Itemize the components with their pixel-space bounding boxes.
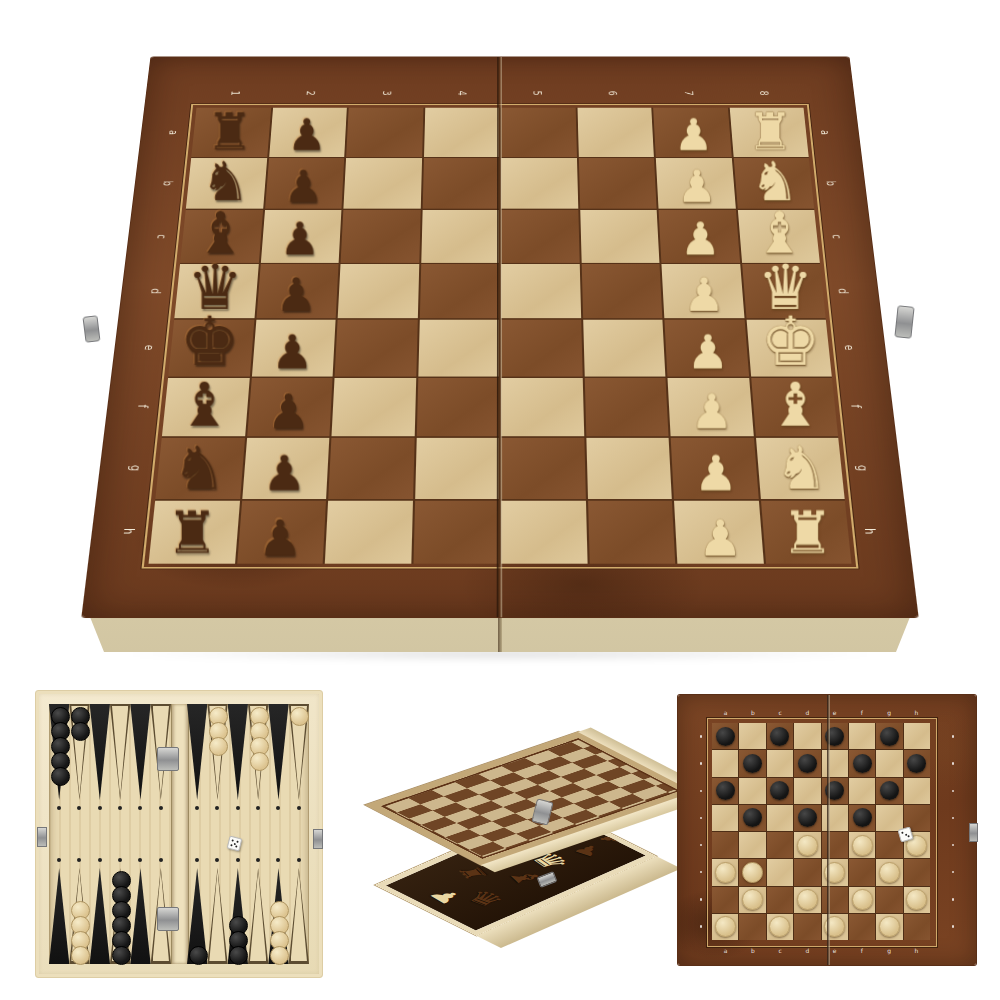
chess-square [419,264,499,318]
dot-icon [268,856,288,864]
checkers-cell [849,778,875,804]
die-pip [231,839,233,841]
edge-letter: e [821,709,848,717]
edge-letter: e [821,947,848,955]
dot-icon [248,856,268,864]
bg-point [289,868,309,964]
checkers-cell [822,914,848,940]
bg-checker-stack [270,901,288,961]
edge-letter: g [876,709,903,717]
chess-cell: ♟ [246,377,334,437]
folded-box-photo: ♟♛♜♝♟♛♞♟♜♟ [348,728,668,968]
chess-piece-light-p: ♟ [683,274,724,319]
chess-piece-dark-b: ♝ [177,378,231,437]
checker-black [880,781,899,800]
checkers-cell [904,723,930,749]
chess-cell [412,499,500,564]
bg-point-inner [209,870,225,961]
backgammon-half [187,704,309,964]
checker-light [769,916,790,937]
dot-icon [207,856,227,864]
chess-cell [500,377,585,437]
checkers-cell [876,778,902,804]
dot-icon [90,804,110,812]
dot-icon [950,832,956,859]
edge-letter: f [848,709,875,717]
checker-black [798,754,817,773]
checker-black [853,808,872,827]
box-piece: ♛ [461,887,510,911]
checker-light [797,835,818,856]
chess-cell [581,319,665,377]
checkers-cell [876,914,902,940]
chess-piece-dark-k: ♚ [179,312,239,377]
product-photo: 12345678 12345678 abcdefgh abcdefgh ♜♟♟♜… [0,0,1000,1000]
chess-cell [414,437,500,499]
bg-checker-black [51,767,70,786]
checkers-cell [904,859,930,885]
dot-icon [268,804,288,812]
chess-piece-light-n: ♞ [775,441,828,499]
metal-clasp-right-icon [894,305,914,339]
checker-black [853,754,872,773]
checkers-cell [822,750,848,776]
bg-checker-black [112,946,131,965]
chess-square [338,264,419,318]
dot-icon [207,804,227,812]
chess-square [501,210,579,263]
dot-icon [950,804,956,831]
dot-icon [950,859,956,886]
chess-cell [415,377,500,437]
chess-cell: ♚ [744,319,832,377]
edge-letter: d [794,947,821,955]
edge-letter: g [876,947,903,955]
dot-icon [950,723,956,750]
dot-icon [187,804,207,812]
edge-letter: f [848,947,875,955]
checkers-photo: abcdefgh abcdefgh [678,695,976,965]
checkers-cell [712,778,738,804]
chess-square [729,108,808,157]
edge-letter: d [794,709,821,717]
chess-piece-dark-p: ♟ [267,390,310,437]
checkers-cell [849,723,875,749]
chess-square [501,264,581,318]
bg-point [228,704,248,800]
bg-point [130,868,150,964]
bg-pip-dots [187,804,309,812]
dot-icon [187,856,207,864]
chess-cell [417,319,500,377]
checkers-cell [739,887,765,913]
checkers-cell [712,750,738,776]
checkers-cell [712,805,738,831]
checkers-cell [822,832,848,858]
checkers-cell [822,859,848,885]
dot-icon [950,913,956,940]
chess-cell [500,499,588,564]
box-piece: ♟ [423,886,467,906]
checker-light [742,889,763,910]
bg-point-inner [112,706,128,797]
dot-icon [69,804,89,812]
bg-point [248,868,268,964]
checker-light [879,916,900,937]
bg-checker-light [209,737,228,756]
chess-square [343,158,421,209]
chess-cell: ♟ [672,499,763,564]
chess-cell [583,377,669,437]
board-fold-seam [827,695,830,965]
checker-black [798,808,817,827]
checker-light [797,889,818,910]
bg-checker-light [71,946,90,965]
edge-letter: h [903,709,930,717]
dot-icon [110,856,130,864]
dot-icon [698,777,704,804]
checker-black [743,808,762,827]
chess-piece-dark-p: ♟ [258,515,303,564]
checkers-cell [849,859,875,885]
chess-cell: ♝ [162,377,251,437]
dot-icon [130,804,150,812]
chess-piece-dark-p: ♟ [263,451,307,499]
checkers-cell [876,859,902,885]
edge-letter: h [903,947,930,955]
checkers-cell [794,887,820,913]
chess-cell [500,319,583,377]
chess-square [422,158,499,209]
chess-square [501,158,578,209]
checkers-cell [849,805,875,831]
backgammon-board [49,704,309,964]
chess-cell: ♟ [236,499,327,564]
checker-black [770,781,789,800]
edge-dots-left [698,723,704,940]
chess-cell: ♜ [758,499,851,564]
checkers-cell [904,914,930,940]
chess-cell [585,437,673,499]
checkers-cell [767,914,793,940]
dot-icon [950,750,956,777]
dot-icon [950,777,956,804]
metal-clasp-right-icon [969,823,978,842]
dot-icon [698,859,704,886]
checkers-cell [904,778,930,804]
chess-square [656,158,736,209]
checkers-cell [767,750,793,776]
chess-square [501,108,577,157]
checkers-cell [876,805,902,831]
dot-icon [698,886,704,913]
chess-square [260,210,341,263]
checkers-cell [904,887,930,913]
chess-board-3d: 12345678 12345678 abcdefgh abcdefgh ♜♟♟♜… [82,57,917,617]
die-pip [235,845,237,847]
chess-square [733,158,814,209]
checkers-cell [767,859,793,885]
chess-square [577,108,654,157]
bg-point [90,704,110,800]
dot-icon [698,913,704,940]
checker-black [880,727,899,746]
checkers-cell [739,778,765,804]
bg-point-inner [291,870,307,961]
chess-square [653,108,731,157]
bg-checker-light [270,946,289,965]
chess-cell: ♞ [754,437,845,499]
checker-light [852,889,873,910]
chess-piece-dark-r: ♜ [166,507,218,564]
edge-letter: b [739,709,766,717]
checkers-cell [849,750,875,776]
chess-cell: ♟ [251,319,337,377]
checker-black [716,781,735,800]
dot-icon [228,804,248,812]
chess-piece-dark-p: ♟ [272,330,314,376]
checkers-cell [712,859,738,885]
chess-cell: ♝ [749,377,838,437]
hinge-icon [157,907,179,931]
checkers-cell [794,914,820,940]
chess-piece-light-r: ♜ [781,507,833,564]
chess-square [186,158,267,209]
dot-icon [90,856,110,864]
edge-letters-top: abcdefgh [712,709,930,717]
metal-clasp-left-icon [82,315,100,343]
die-pip [907,835,909,837]
chess-square [659,210,740,263]
box-lid-chessboard [365,732,696,866]
die-pip [901,832,903,834]
dot-icon [698,804,704,831]
bg-checker-black [189,946,208,965]
chess-cell [500,437,586,499]
checkers-cell [849,832,875,858]
dot-icon [698,832,704,859]
chess-cell [586,499,676,564]
chess-piece-light-p: ♟ [690,390,733,437]
edge-letter: a [712,947,739,955]
bg-checker-stack [71,707,89,737]
checkers-cell [822,778,848,804]
checkers-cell [767,887,793,913]
checkers-cell [739,723,765,749]
chess-cell: ♜ [149,499,242,564]
bg-checker-stack [290,707,308,722]
checker-black [716,727,735,746]
backgammon-photo [35,690,323,978]
chess-piece-light-p: ♟ [686,330,728,376]
bg-pip-dots [49,856,171,864]
checkers-cell [904,750,930,776]
dot-icon [289,856,309,864]
chess-square [265,158,345,209]
die-pip [230,844,232,846]
edge-letter: c [767,709,794,717]
checker-black [907,754,926,773]
dot-icon [130,856,150,864]
backgammon-points-row [49,868,171,964]
dot-icon [950,886,956,913]
chess-square [424,108,500,157]
checker-light [715,916,736,937]
chess-square [191,108,270,157]
bg-checker-stack [51,707,69,782]
chess-square [421,210,499,263]
dot-icon [49,804,69,812]
chess-cell: ♟ [669,437,758,499]
checkers-cell [794,832,820,858]
chess-cell [328,437,416,499]
bg-checker-stack [112,871,130,961]
chess-cell [334,319,418,377]
edge-letter: b [739,947,766,955]
checker-light [852,835,873,856]
chess-square [269,108,347,157]
checkers-cell [794,750,820,776]
dot-icon [698,723,704,750]
chess-cell: ♟ [242,437,331,499]
checkers-cell [712,914,738,940]
bg-checker-stack [71,901,89,961]
chess-square [580,210,660,263]
chess-cell [324,499,414,564]
checker-light [879,862,900,883]
bg-point [90,868,110,964]
bg-point [49,868,69,964]
bg-checker-light [250,752,269,771]
checkers-cell [739,805,765,831]
edge-letters-bottom: abcdefgh [712,947,930,955]
chess-cell: ♟ [666,377,754,437]
checkers-cell [794,778,820,804]
checkers-cell [767,778,793,804]
checker-light [906,889,927,910]
checkers-cell [822,723,848,749]
backgammon-half [49,704,171,964]
hinge-icon [157,747,179,771]
dot-icon [110,804,130,812]
checkers-cell [767,805,793,831]
checker-light [715,862,736,883]
edge-letter: c [767,947,794,955]
checkers-cell [712,887,738,913]
dot-icon [151,804,171,812]
checkers-cell [794,805,820,831]
checkers-cell [712,723,738,749]
bg-point-inner [250,870,266,961]
checkers-cell [712,832,738,858]
checkers-cell [876,750,902,776]
chess-square [581,264,662,318]
dot-icon [289,804,309,812]
chess-square [346,108,423,157]
checkers-cell [876,723,902,749]
chess-piece-dark-p: ♟ [276,274,317,319]
checkers-cell [794,723,820,749]
chess-piece-light-p: ♟ [697,515,742,564]
checkers-cell [739,750,765,776]
bg-point [207,868,227,964]
bg-point [110,704,130,800]
chess-piece-dark-n: ♞ [172,441,225,499]
edge-dots-right [950,723,956,940]
checkers-cell [822,805,848,831]
dot-icon [228,856,248,864]
bg-pip-dots [49,804,171,812]
checkers-cell [739,832,765,858]
chess-square [578,158,656,209]
dot-icon [248,804,268,812]
chess-piece-light-k: ♚ [760,312,820,377]
checker-light [742,862,763,883]
bg-checker-stack [229,916,247,961]
checker-black [770,727,789,746]
metal-clasp-left-icon [37,827,47,847]
checkers-cell [822,887,848,913]
bg-point [187,704,207,800]
bg-checker-stack [189,946,207,961]
bg-checker-black [71,722,90,741]
dot-icon [151,856,171,864]
dot-icon [69,856,89,864]
dot-icon [49,856,69,864]
bg-point [130,704,150,800]
chess-cell: ♞ [155,437,246,499]
chess-square [341,210,421,263]
checkers-cell [794,859,820,885]
chess-cell: ♚ [168,319,256,377]
checkers-cell [849,914,875,940]
checkers-cell [739,914,765,940]
checkers-cell [767,832,793,858]
bg-checker-stack [250,707,268,767]
edge-letter: a [712,709,739,717]
checker-black [743,754,762,773]
chess-cell [331,377,417,437]
metal-clasp-right-icon [313,829,323,849]
checkers-cell [876,887,902,913]
checkers-cell [767,723,793,749]
chess-cell: ♟ [663,319,749,377]
bg-checker-stack [209,707,227,752]
bg-pip-dots [187,856,309,864]
bg-point [268,704,288,800]
checkers-cell [849,887,875,913]
chess-piece-light-b: ♝ [769,378,823,437]
die-pip [236,840,238,842]
chess-piece-light-p: ♟ [694,451,738,499]
checkers-cell [739,859,765,885]
dot-icon [698,750,704,777]
